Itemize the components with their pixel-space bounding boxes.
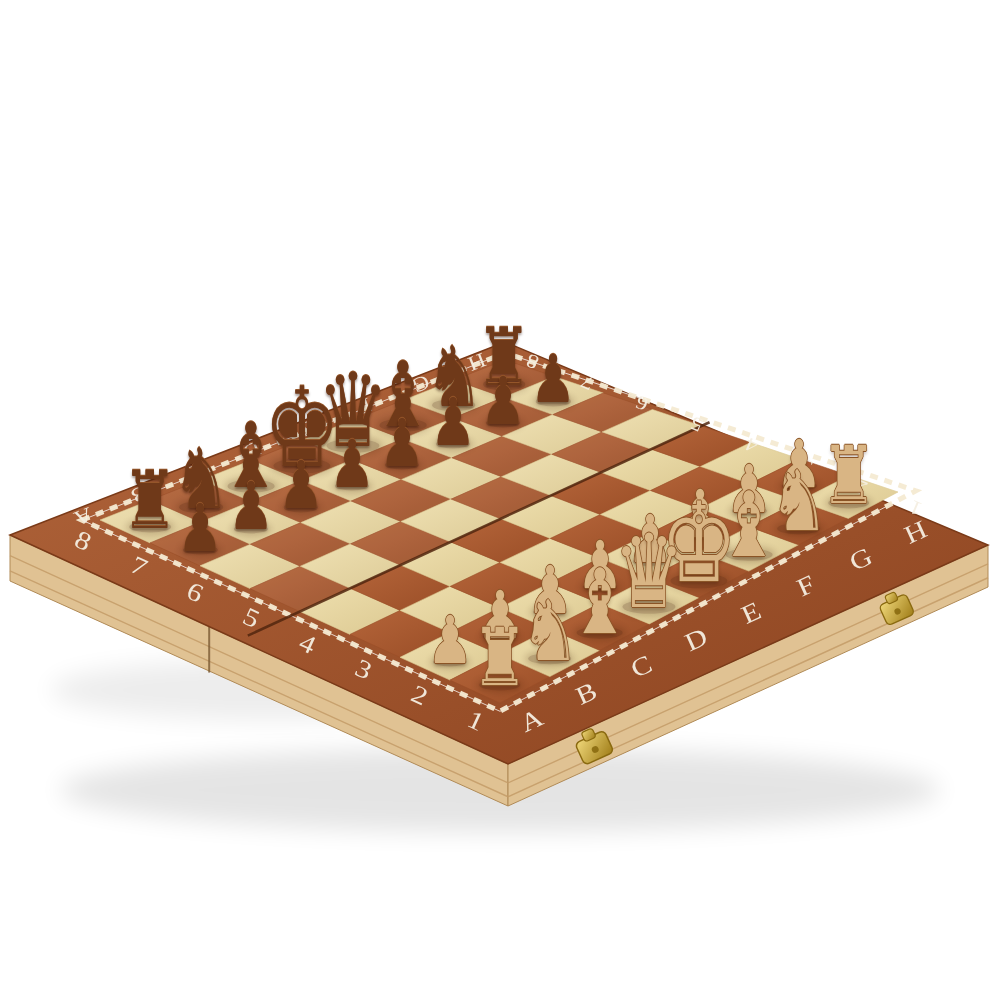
product-photo-scene: 8765432187654321ABCDEFGHABCDEFGH ♜♞♝♚♛♝♞…	[0, 0, 1000, 1000]
chessboard: 8765432187654321ABCDEFGHABCDEFGH	[0, 0, 1000, 1000]
